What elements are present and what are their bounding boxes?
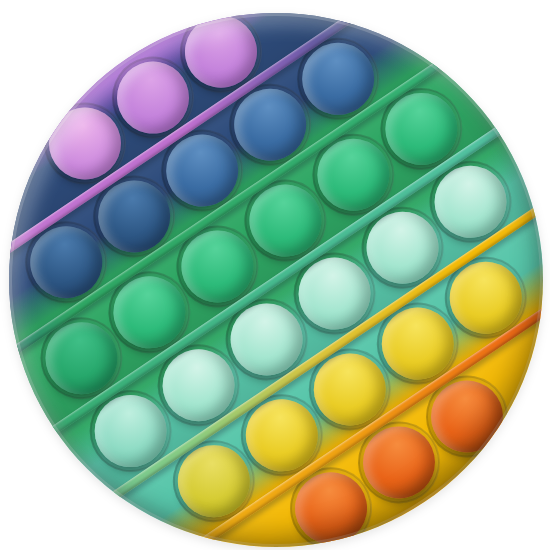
pop-it-board — [9, 13, 543, 547]
bubble-rows-container — [9, 13, 543, 547]
product-photo-stage — [0, 0, 550, 550]
